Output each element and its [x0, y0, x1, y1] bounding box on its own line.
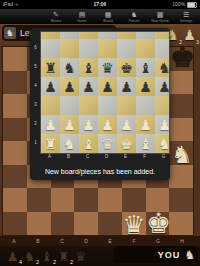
- preview-square: ♛: [98, 58, 117, 77]
- white-pawn: ♟: [101, 117, 114, 133]
- white-knight: ♞: [158, 136, 170, 152]
- preview-square: ♟: [60, 77, 79, 96]
- black-bishop: ♝: [139, 60, 152, 76]
- preview-square: ♜: [41, 58, 60, 77]
- preview-file-label-a: A: [40, 153, 59, 160]
- white-pawn: ♟: [63, 117, 76, 133]
- file-label-e: E: [98, 236, 122, 246]
- toolbar-item-pieces[interactable]: ♞Pieces: [121, 11, 147, 23]
- toolbar-item-label: Settings: [173, 19, 199, 23]
- outer-board-square[interactable]: [98, 212, 122, 236]
- clock: 17:06: [0, 0, 200, 9]
- white-knight: ♞: [63, 136, 76, 152]
- preview-square: [60, 96, 79, 115]
- you-badge: YOU ♞: [114, 246, 198, 263]
- outer-board-square[interactable]: [98, 188, 122, 212]
- outer-board-square[interactable]: [3, 165, 27, 189]
- preview-square: ♟: [98, 115, 117, 134]
- preview-square: ♟: [136, 77, 155, 96]
- new-theme-preview-panel: 654321 ♜♞♝♛♚♝♞♟♟♟♟♟♟♟♟♟♟♟♟♟♟♜♞♝♛♚♝♞ ABCD…: [30, 28, 170, 180]
- sliders-icon: ☰: [173, 11, 199, 19]
- grid-icon: ▩: [147, 11, 173, 19]
- black-pawn: ♟: [63, 79, 76, 95]
- toolbar: ✎Moves▤Game▦Board♞Pieces▩New Game☰Settin…: [0, 9, 200, 24]
- preview-file-label-c: C: [78, 153, 97, 160]
- black-bishop: ♝: [82, 60, 95, 76]
- preview-square: [98, 39, 117, 58]
- preview-square: ♟: [155, 77, 170, 96]
- outer-file-labels: ABCDEFGH: [0, 236, 200, 246]
- toast-message: New board/pieces has been added.: [30, 167, 170, 177]
- preview-square: ♟: [98, 77, 117, 96]
- level-knight-emblem-icon: ♞: [4, 27, 16, 39]
- black-rook: ♜: [44, 60, 57, 76]
- preview-square: [79, 96, 98, 115]
- preview-rank-label-1: 1: [31, 133, 40, 152]
- toolbar-item-game[interactable]: ▤Game: [69, 11, 95, 23]
- black-knight: ♞: [158, 60, 170, 76]
- outer-board-square[interactable]: [169, 118, 193, 142]
- file-label-d: D: [74, 236, 98, 246]
- preview-square: [155, 39, 170, 58]
- preview-square: ♞: [60, 134, 79, 153]
- file-label-g: G: [146, 236, 170, 246]
- preview-square: ♟: [136, 115, 155, 134]
- preview-rank-label-2: 2: [31, 114, 40, 133]
- preview-square: [117, 39, 136, 58]
- outer-board-square[interactable]: [169, 71, 193, 95]
- toolbar-item-label: New Game: [147, 19, 173, 23]
- preview-square: [155, 96, 170, 115]
- white-bishop: ♝: [82, 136, 95, 152]
- black-king-h8[interactable]: ♚: [170, 44, 194, 72]
- black-queen: ♛: [101, 60, 114, 76]
- toolbar-item-label: Pieces: [121, 19, 147, 23]
- captured-black-bishop: ♝2: [38, 248, 55, 265]
- black-pawn: ♟: [101, 79, 114, 95]
- chess-app-screen: iPad≋ 17:06 100% ✎Moves▤Game▦Board♞Piece…: [0, 0, 200, 266]
- preview-square: [60, 31, 79, 39]
- white-pawn: ♟: [44, 117, 57, 133]
- white-rook: ♜: [44, 136, 57, 152]
- preview-rank-label-4: 4: [31, 76, 40, 95]
- preview-square: [136, 96, 155, 115]
- file-label-c: C: [50, 236, 74, 246]
- preview-square: ♟: [117, 77, 136, 96]
- preview-square: [41, 96, 60, 115]
- captured-black-tray: ♟4♞2♝2♜2♛: [4, 246, 89, 265]
- preview-square: ♟: [41, 77, 60, 96]
- white-king: ♚: [120, 136, 133, 152]
- black-pawn: ♟: [44, 79, 57, 95]
- preview-square: [60, 39, 79, 58]
- toolbar-item-settings[interactable]: ☰Settings: [173, 11, 199, 23]
- black-pawn: ♟: [139, 79, 152, 95]
- white-bishop: ♝: [139, 136, 152, 152]
- outer-board-square[interactable]: [27, 212, 51, 236]
- preview-square: ♟: [155, 115, 170, 134]
- captured-black-knight: ♞2: [21, 248, 38, 265]
- outer-board-square[interactable]: [169, 212, 193, 236]
- you-label: YOU: [158, 250, 181, 260]
- preview-square: ♝: [136, 58, 155, 77]
- white-pawn: ♟: [82, 117, 95, 133]
- preview-rank-label-3: 3: [31, 95, 40, 114]
- white-pawn: ♟: [139, 117, 152, 133]
- white-queen: ♛: [101, 136, 114, 152]
- toolbar-item-new-game[interactable]: ▩New Game: [147, 11, 173, 23]
- preview-square: [155, 31, 170, 39]
- preview-file-label-d: D: [97, 153, 116, 160]
- preview-square: [117, 31, 136, 39]
- outer-board-square[interactable]: [51, 212, 75, 236]
- black-pawn: ♟: [120, 79, 133, 95]
- board-icon: ▦: [95, 11, 121, 19]
- preview-square: ♞: [155, 58, 170, 77]
- file-label-f: F: [122, 236, 146, 246]
- preview-file-label-e: E: [116, 153, 135, 160]
- preview-square: ♚: [117, 58, 136, 77]
- preview-board: ♜♞♝♛♚♝♞♟♟♟♟♟♟♟♟♟♟♟♟♟♟♜♞♝♛♚♝♞: [40, 31, 170, 154]
- black-pawn: ♟: [82, 79, 95, 95]
- outer-board-square[interactable]: [122, 188, 146, 212]
- captured-white-pawn: ♟3: [181, 26, 198, 45]
- white-pawn: ♟: [120, 117, 133, 133]
- white-queen-f1[interactable]: ♛: [122, 212, 146, 238]
- outer-board-square[interactable]: [3, 47, 27, 71]
- captured-black-rook: ♜2: [55, 248, 72, 265]
- preview-square: ♝: [79, 134, 98, 153]
- preview-square: [136, 39, 155, 58]
- outer-board-square[interactable]: [3, 188, 27, 212]
- preview-rank-label-6: 6: [31, 38, 40, 57]
- file-label-a: A: [2, 236, 26, 246]
- file-label-b: B: [26, 236, 50, 246]
- toolbar-item-moves[interactable]: ✎Moves: [43, 11, 69, 23]
- outer-board-square[interactable]: [3, 212, 27, 236]
- pencil-icon: ✎: [43, 11, 69, 19]
- white-pawn: ♟: [158, 117, 170, 133]
- file-label-h: H: [170, 236, 194, 246]
- preview-square: [79, 31, 98, 39]
- outer-board-square[interactable]: [3, 118, 27, 142]
- preview-file-label-g: G: [154, 153, 168, 160]
- preview-rank-label-5: 5: [31, 57, 40, 76]
- preview-square: [136, 31, 155, 39]
- preview-file-label-f: F: [135, 153, 154, 160]
- black-king: ♚: [120, 60, 133, 76]
- preview-file-labels: ABCDEFG: [40, 153, 168, 160]
- preview-square: [98, 96, 117, 115]
- preview-square: ♚: [117, 134, 136, 153]
- outer-board-square[interactable]: [51, 188, 75, 212]
- outer-board-square[interactable]: [3, 94, 27, 118]
- outer-board-square[interactable]: [169, 94, 193, 118]
- preview-square: ♟: [79, 115, 98, 134]
- preview-square: [41, 39, 60, 58]
- captured-black-pawn: ♟4: [4, 248, 21, 265]
- status-bar: iPad≋ 17:06 100%: [0, 0, 200, 9]
- preview-square: ♟: [60, 115, 79, 134]
- capture-count: 3: [196, 39, 199, 45]
- preview-square: ♜: [41, 134, 60, 153]
- captured-black-queen: ♛: [72, 248, 89, 265]
- preview-square: ♟: [117, 115, 136, 134]
- toolbar-item-board[interactable]: ▦Board: [95, 11, 121, 23]
- toolbar-item-label: Board: [95, 19, 121, 23]
- document-icon: ▤: [69, 11, 95, 19]
- you-knight-icon: ♞: [184, 248, 195, 262]
- preview-square: [98, 31, 117, 39]
- preview-square: ♛: [98, 134, 117, 153]
- outer-board-square[interactable]: [169, 188, 193, 212]
- outer-board-square[interactable]: [27, 188, 51, 212]
- black-pawn: ♟: [158, 79, 170, 95]
- outer-board-square[interactable]: [74, 212, 98, 236]
- outer-board-square[interactable]: [3, 71, 27, 95]
- outer-board-square[interactable]: [3, 141, 27, 165]
- preview-square: ♝: [136, 134, 155, 153]
- preview-square: [79, 39, 98, 58]
- preview-square: ♟: [79, 77, 98, 96]
- black-knight: ♞: [63, 60, 76, 76]
- preview-square: [41, 31, 60, 39]
- preview-square: ♞: [60, 58, 79, 77]
- toolbar-item-label: Game: [69, 19, 95, 23]
- white-king-g1[interactable]: ♚: [146, 210, 170, 238]
- preview-square: ♝: [79, 58, 98, 77]
- preview-file-label-b: B: [59, 153, 78, 160]
- knight-icon: ♞: [121, 11, 147, 19]
- preview-square: ♟: [41, 115, 60, 134]
- outer-board-square[interactable]: [74, 188, 98, 212]
- preview-square: [117, 96, 136, 115]
- toolbar-item-label: Moves: [43, 19, 69, 23]
- preview-square: ♞: [155, 134, 170, 153]
- white-knight-h4[interactable]: ♞: [170, 143, 194, 167]
